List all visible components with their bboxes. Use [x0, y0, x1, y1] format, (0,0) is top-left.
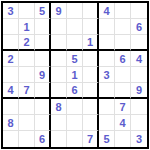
sudoku-cell-r8c6[interactable] [83, 115, 99, 131]
sudoku-cell-r3c4[interactable] [51, 35, 67, 51]
sudoku-cell-r3c7[interactable] [99, 35, 115, 51]
sudoku-cell-r4c8[interactable]: 6 [115, 51, 131, 67]
sudoku-cell-r9c6[interactable]: 7 [83, 131, 99, 147]
sudoku-cell-r7c4[interactable]: 8 [51, 99, 67, 115]
sudoku-cell-r5c8[interactable] [115, 67, 131, 83]
sudoku-cell-r6c7[interactable] [99, 83, 115, 99]
sudoku-cell-r9c4[interactable] [51, 131, 67, 147]
sudoku-board: 359416212564913476987846753 [1, 1, 149, 149]
sudoku-cell-r3c8[interactable] [115, 35, 131, 51]
sudoku-cell-r4c2[interactable] [19, 51, 35, 67]
sudoku-cell-r1c2[interactable] [19, 3, 35, 19]
sudoku-cell-r7c3[interactable] [35, 99, 51, 115]
sudoku-cell-r4c9[interactable]: 4 [131, 51, 147, 67]
sudoku-cell-r9c8[interactable] [115, 131, 131, 147]
sudoku-cell-r9c3[interactable]: 6 [35, 131, 51, 147]
sudoku-cell-r3c3[interactable] [35, 35, 51, 51]
sudoku-cell-r3c9[interactable] [131, 35, 147, 51]
sudoku-cell-r7c2[interactable] [19, 99, 35, 115]
sudoku-cell-r8c3[interactable] [35, 115, 51, 131]
sudoku-cell-r5c4[interactable] [51, 67, 67, 83]
sudoku-cell-r7c7[interactable] [99, 99, 115, 115]
sudoku-cell-r1c9[interactable] [131, 3, 147, 19]
sudoku-cell-r6c4[interactable] [51, 83, 67, 99]
sudoku-cell-r8c8[interactable]: 4 [115, 115, 131, 131]
sudoku-cell-r2c8[interactable] [115, 19, 131, 35]
sudoku-cell-r2c3[interactable] [35, 19, 51, 35]
sudoku-cell-r6c3[interactable] [35, 83, 51, 99]
sudoku-cell-r2c1[interactable] [3, 19, 19, 35]
sudoku-cell-r7c5[interactable] [67, 99, 83, 115]
sudoku-cell-r3c6[interactable]: 1 [83, 35, 99, 51]
sudoku-cell-r1c8[interactable] [115, 3, 131, 19]
sudoku-cell-r5c3[interactable]: 9 [35, 67, 51, 83]
sudoku-cell-r3c5[interactable] [67, 35, 83, 51]
sudoku-cell-r1c3[interactable]: 5 [35, 3, 51, 19]
sudoku-cell-r4c5[interactable]: 5 [67, 51, 83, 67]
sudoku-cell-r9c1[interactable] [3, 131, 19, 147]
sudoku-cell-r2c5[interactable] [67, 19, 83, 35]
sudoku-cell-r7c9[interactable] [131, 99, 147, 115]
sudoku-cell-r2c9[interactable]: 6 [131, 19, 147, 35]
sudoku-cell-r4c7[interactable] [99, 51, 115, 67]
sudoku-cell-r9c2[interactable] [19, 131, 35, 147]
sudoku-cell-r1c7[interactable]: 4 [99, 3, 115, 19]
sudoku-cell-r7c6[interactable] [83, 99, 99, 115]
sudoku-cell-r1c4[interactable]: 9 [51, 3, 67, 19]
sudoku-cell-r8c5[interactable] [67, 115, 83, 131]
sudoku-cell-r7c1[interactable] [3, 99, 19, 115]
sudoku-cell-r6c9[interactable]: 9 [131, 83, 147, 99]
sudoku-cell-r6c1[interactable]: 4 [3, 83, 19, 99]
sudoku-cell-r4c3[interactable] [35, 51, 51, 67]
sudoku-cell-r8c9[interactable] [131, 115, 147, 131]
sudoku-board-wrap: 359416212564913476987846753 [0, 0, 150, 150]
sudoku-cell-r6c5[interactable]: 6 [67, 83, 83, 99]
sudoku-cell-r3c2[interactable]: 2 [19, 35, 35, 51]
sudoku-cell-r9c9[interactable]: 3 [131, 131, 147, 147]
sudoku-cell-r1c5[interactable] [67, 3, 83, 19]
sudoku-cell-r5c1[interactable] [3, 67, 19, 83]
sudoku-cell-r5c7[interactable]: 3 [99, 67, 115, 83]
sudoku-cell-r9c7[interactable]: 5 [99, 131, 115, 147]
sudoku-cell-r4c6[interactable] [83, 51, 99, 67]
sudoku-cell-r8c4[interactable] [51, 115, 67, 131]
sudoku-cell-r2c6[interactable] [83, 19, 99, 35]
sudoku-cell-r5c9[interactable] [131, 67, 147, 83]
sudoku-cell-r8c1[interactable]: 8 [3, 115, 19, 131]
sudoku-cell-r8c2[interactable] [19, 115, 35, 131]
sudoku-cell-r1c1[interactable]: 3 [3, 3, 19, 19]
sudoku-cell-r6c8[interactable] [115, 83, 131, 99]
sudoku-cell-r1c6[interactable] [83, 3, 99, 19]
sudoku-cell-r6c6[interactable] [83, 83, 99, 99]
sudoku-cell-r4c1[interactable]: 2 [3, 51, 19, 67]
sudoku-cell-r5c6[interactable] [83, 67, 99, 83]
sudoku-cell-r2c7[interactable] [99, 19, 115, 35]
sudoku-cell-r8c7[interactable] [99, 115, 115, 131]
sudoku-cell-r5c5[interactable]: 1 [67, 67, 83, 83]
sudoku-cell-r2c4[interactable] [51, 19, 67, 35]
sudoku-cell-r7c8[interactable]: 7 [115, 99, 131, 115]
sudoku-cell-r2c2[interactable]: 1 [19, 19, 35, 35]
sudoku-cell-r4c4[interactable] [51, 51, 67, 67]
sudoku-cell-r5c2[interactable] [19, 67, 35, 83]
sudoku-cell-r9c5[interactable] [67, 131, 83, 147]
sudoku-cell-r6c2[interactable]: 7 [19, 83, 35, 99]
sudoku-cell-r3c1[interactable] [3, 35, 19, 51]
